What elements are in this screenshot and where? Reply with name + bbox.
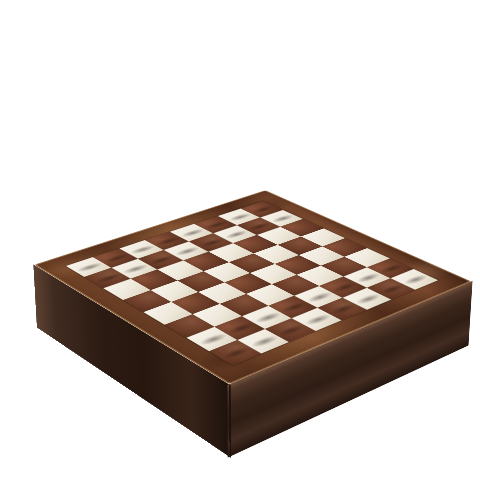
black-pawn-glyph: ♟ [120,226,150,272]
black-pawn-glyph: ♟ [146,218,176,263]
square-a1[interactable]: ♜ [209,340,261,365]
white-rook-glyph: ♜ [216,296,256,357]
black-pawn-glyph: ♟ [92,235,123,281]
chess-board: ♜♞♝♛♚♝♞♜♟♟♟♟♟♟♟♟♟♟♟♟♟♟♟♟♜♞♝♛♚♝♞♜ [34,190,471,384]
product-photo-scene: ♜♞♝♛♚♝♞♜♟♟♟♟♟♟♟♟♟♟♟♟♟♟♟♟♜♞♝♛♚♝♞♜ [0,0,480,480]
